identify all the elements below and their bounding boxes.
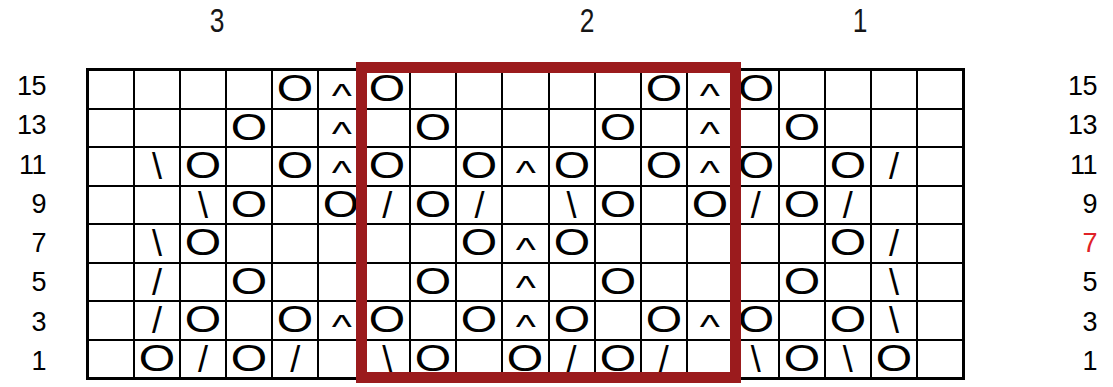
stitch-symbol: / <box>198 342 208 377</box>
stitch-symbol: O <box>553 148 589 184</box>
stitch-symbol: O <box>369 302 405 338</box>
stitch-symbol: O <box>185 148 221 184</box>
chart-cell-r7-c5 <box>319 341 363 378</box>
chart-cell-r7-c1: O <box>135 341 179 378</box>
chart-cell-r0-c17 <box>872 71 916 108</box>
chart-cell-r1-c1 <box>135 110 179 147</box>
stitch-symbol: O <box>415 341 451 377</box>
stitch-symbol: ^ <box>331 79 351 108</box>
chart-cell-r4-c15 <box>780 225 824 262</box>
chart-cell-r3-c3: O <box>227 187 271 224</box>
chart-cell-r1-c17 <box>872 110 916 147</box>
chart-cell-r7-c18 <box>918 341 962 378</box>
stitch-symbol: / <box>567 342 577 377</box>
chart-cell-r6-c18 <box>918 302 962 339</box>
chart-cell-r4-c11 <box>596 225 640 262</box>
chart-cell-r5-c0 <box>89 264 133 301</box>
chart-cell-r2-c6: O <box>365 148 409 185</box>
chart-cell-r2-c5: ^ <box>319 148 363 185</box>
right-row-15: 15 <box>1056 68 1097 105</box>
chart-cell-r6-c4: O <box>273 302 317 339</box>
chart-cell-r1-c14 <box>734 110 778 147</box>
chart-cell-r0-c10 <box>550 71 594 108</box>
chart-cell-r3-c5: O <box>319 187 363 224</box>
chart-cell-r5-c16 <box>826 264 870 301</box>
chart-cell-r3-c0 <box>89 187 133 224</box>
chart-cell-r7-c15: O <box>780 341 824 378</box>
chart-cell-r0-c16 <box>826 71 870 108</box>
chart-cell-r1-c6 <box>365 110 409 147</box>
stitch-symbol: O <box>830 225 866 261</box>
chart-cell-r4-c13 <box>688 225 732 262</box>
stitch-symbol: O <box>277 71 313 107</box>
stitch-symbol: O <box>645 302 681 338</box>
chart-cell-r4-c1: \ <box>135 225 179 262</box>
chart-cell-r5-c14 <box>734 264 778 301</box>
stitch-symbol: O <box>784 110 820 146</box>
chart-cell-r2-c13: ^ <box>688 148 732 185</box>
chart-cell-r2-c4: O <box>273 148 317 185</box>
chart-cell-r3-c4 <box>273 187 317 224</box>
chart-cell-r5-c1: / <box>135 264 179 301</box>
chart-cell-r7-c2: / <box>181 341 225 378</box>
chart-cell-r0-c15 <box>780 71 824 108</box>
chart-cell-r4-c10: O <box>550 225 594 262</box>
chart-grid: O^OO^OO^OO^O\OO^OO^OO^OO/\OO/O/\OO/O/\OO… <box>86 68 965 380</box>
chart-cell-r5-c10 <box>550 264 594 301</box>
right-row-9: 9 <box>1056 186 1097 223</box>
chart-cell-r7-c0 <box>89 341 133 378</box>
stitch-symbol: ^ <box>331 117 351 146</box>
knitting-chart: O^OO^OO^OO^O\OO^OO^OO^OO/\OO/O/\OO/O/\OO… <box>0 0 1113 387</box>
chart-cell-r6-c2: O <box>181 302 225 339</box>
left-row-15: 15 <box>0 68 46 105</box>
stitch-symbol: \ <box>152 149 162 184</box>
stitch-symbol: ^ <box>700 310 720 339</box>
stitch-symbol: O <box>323 187 359 223</box>
stitch-symbol: ^ <box>700 117 720 146</box>
chart-cell-r3-c11: O <box>596 187 640 224</box>
stitch-symbol: O <box>277 302 313 338</box>
chart-cell-r3-c16: / <box>826 187 870 224</box>
stitch-symbol: \ <box>889 265 899 300</box>
chart-cell-r3-c12 <box>642 187 686 224</box>
chart-cell-r5-c11: O <box>596 264 640 301</box>
chart-cell-r4-c4 <box>273 225 317 262</box>
stitch-symbol: / <box>290 342 300 377</box>
stitch-symbol: O <box>599 110 635 146</box>
chart-cell-r3-c15: O <box>780 187 824 224</box>
stitch-symbol: / <box>382 188 392 223</box>
chart-cell-r0-c18 <box>918 71 962 108</box>
chart-cell-r7-c10: / <box>550 341 594 378</box>
chart-cell-r7-c8 <box>457 341 501 378</box>
chart-cell-r0-c4: O <box>273 71 317 108</box>
chart-cell-r6-c9: ^ <box>503 302 547 339</box>
chart-cell-r0-c2 <box>181 71 225 108</box>
stitch-symbol: O <box>738 302 774 338</box>
stitch-symbol: O <box>277 148 313 184</box>
chart-cell-r2-c1: \ <box>135 148 179 185</box>
stitch-symbol: O <box>599 264 635 300</box>
chart-cell-r0-c3 <box>227 71 271 108</box>
left-row-5: 5 <box>0 264 46 301</box>
chart-cell-r6-c6: O <box>365 302 409 339</box>
chart-cell-r1-c12 <box>642 110 686 147</box>
stitch-symbol: ^ <box>700 156 720 185</box>
chart-cell-r3-c6: / <box>365 187 409 224</box>
stitch-symbol: O <box>231 341 267 377</box>
left-row-7: 7 <box>0 225 46 262</box>
chart-cell-r1-c15: O <box>780 110 824 147</box>
stitch-symbol: ^ <box>515 310 535 339</box>
chart-cell-r0-c8 <box>457 71 501 108</box>
stitch-symbol: \ <box>198 188 208 223</box>
chart-cell-r0-c12: O <box>642 71 686 108</box>
stitch-symbol: O <box>231 110 267 146</box>
chart-cell-r4-c12 <box>642 225 686 262</box>
chart-cell-r6-c17: \ <box>872 302 916 339</box>
stitch-symbol: \ <box>567 188 577 223</box>
stitch-symbol: / <box>889 149 899 184</box>
stitch-symbol: O <box>415 264 451 300</box>
chart-cell-r4-c18 <box>918 225 962 262</box>
chart-cell-r7-c3: O <box>227 341 271 378</box>
stitch-symbol: O <box>830 148 866 184</box>
chart-cell-r5-c9: ^ <box>503 264 547 301</box>
chart-cell-r1-c4 <box>273 110 317 147</box>
chart-cell-r6-c7 <box>411 302 455 339</box>
stitch-symbol: O <box>185 302 221 338</box>
chart-cell-r7-c12: / <box>642 341 686 378</box>
chart-cell-r6-c14: O <box>734 302 778 339</box>
chart-cell-r6-c12: O <box>642 302 686 339</box>
chart-cell-r2-c2: O <box>181 148 225 185</box>
right-row-5: 5 <box>1056 264 1097 301</box>
chart-cell-r4-c0 <box>89 225 133 262</box>
chart-cell-r1-c13: ^ <box>688 110 732 147</box>
stitch-symbol: ^ <box>515 156 535 185</box>
chart-cell-r5-c15: O <box>780 264 824 301</box>
stitch-symbol: / <box>152 265 162 300</box>
stitch-symbol: \ <box>382 342 392 377</box>
chart-cell-r4-c6 <box>365 225 409 262</box>
stitch-symbol: O <box>415 187 451 223</box>
left-row-1: 1 <box>0 343 46 380</box>
stitch-symbol: \ <box>751 342 761 377</box>
chart-cell-r5-c17: \ <box>872 264 916 301</box>
chart-cell-r3-c2: \ <box>181 187 225 224</box>
stitch-symbol: O <box>369 148 405 184</box>
stitch-symbol: ^ <box>700 79 720 108</box>
stitch-symbol: O <box>599 187 635 223</box>
chart-cell-r4-c8: O <box>457 225 501 262</box>
stitch-symbol: / <box>659 342 669 377</box>
chart-cell-r2-c7 <box>411 148 455 185</box>
left-row-9: 9 <box>0 186 46 223</box>
stitch-symbol: O <box>645 148 681 184</box>
chart-cell-r7-c7: O <box>411 341 455 378</box>
stitch-symbol: O <box>784 341 820 377</box>
stitch-symbol: O <box>553 302 589 338</box>
stitch-symbol: O <box>507 341 543 377</box>
chart-cell-r1-c10 <box>550 110 594 147</box>
stitch-symbol: O <box>415 110 451 146</box>
chart-cell-r5-c18 <box>918 264 962 301</box>
stitch-symbol: O <box>691 187 727 223</box>
chart-cell-r6-c11 <box>596 302 640 339</box>
stitch-symbol: / <box>474 188 484 223</box>
chart-cell-r6-c15 <box>780 302 824 339</box>
chart-cell-r2-c9: ^ <box>503 148 547 185</box>
stitch-symbol: \ <box>843 342 853 377</box>
right-row-3: 3 <box>1056 304 1097 341</box>
chart-cell-r3-c17 <box>872 187 916 224</box>
chart-cell-r2-c18 <box>918 148 962 185</box>
left-row-3: 3 <box>0 304 46 341</box>
stitch-symbol: O <box>231 187 267 223</box>
chart-cell-r3-c18 <box>918 187 962 224</box>
chart-cell-r2-c3 <box>227 148 271 185</box>
stitch-symbol: \ <box>889 303 899 338</box>
chart-cell-r3-c8: / <box>457 187 501 224</box>
left-row-13: 13 <box>0 107 46 144</box>
chart-cell-r4-c9: ^ <box>503 225 547 262</box>
chart-cell-r4-c5 <box>319 225 363 262</box>
right-row-1: 1 <box>1056 343 1097 380</box>
chart-cell-r0-c13: ^ <box>688 71 732 108</box>
stitch-symbol: / <box>152 303 162 338</box>
right-row-11: 11 <box>1056 147 1097 184</box>
stitch-symbol: \ <box>152 226 162 261</box>
right-row-13: 13 <box>1056 107 1097 144</box>
chart-cell-r0-c6: O <box>365 71 409 108</box>
stitch-symbol: O <box>876 341 912 377</box>
chart-cell-r5-c3: O <box>227 264 271 301</box>
chart-cell-r0-c11 <box>596 71 640 108</box>
stitch-symbol: O <box>461 148 497 184</box>
chart-cell-r7-c13 <box>688 341 732 378</box>
chart-cell-r5-c2 <box>181 264 225 301</box>
chart-cell-r1-c16 <box>826 110 870 147</box>
chart-cell-r0-c14: O <box>734 71 778 108</box>
stitch-symbol: O <box>784 187 820 223</box>
chart-cell-r6-c13: ^ <box>688 302 732 339</box>
stitch-symbol: / <box>751 188 761 223</box>
stitch-symbol: O <box>599 341 635 377</box>
chart-cell-r5-c4 <box>273 264 317 301</box>
chart-cell-r5-c13 <box>688 264 732 301</box>
chart-cell-r7-c17: O <box>872 341 916 378</box>
chart-cell-r0-c7 <box>411 71 455 108</box>
stitch-symbol: ^ <box>331 310 351 339</box>
chart-cell-r7-c6: \ <box>365 341 409 378</box>
stitch-symbol: O <box>645 71 681 107</box>
chart-cell-r4-c3 <box>227 225 271 262</box>
right-row-7: 7 <box>1056 225 1097 262</box>
chart-cell-r2-c14: O <box>734 148 778 185</box>
left-row-numbers: 15131197531 <box>0 68 46 380</box>
chart-cell-r1-c8 <box>457 110 501 147</box>
chart-cell-r2-c0 <box>89 148 133 185</box>
chart-cell-r1-c7: O <box>411 110 455 147</box>
chart-cell-r1-c5: ^ <box>319 110 363 147</box>
chart-cell-r2-c12: O <box>642 148 686 185</box>
chart-cell-r0-c9 <box>503 71 547 108</box>
chart-cell-r7-c14: \ <box>734 341 778 378</box>
repeat-count-label-3: 3 <box>210 2 225 40</box>
chart-cell-r1-c3: O <box>227 110 271 147</box>
chart-cell-r1-c9 <box>503 110 547 147</box>
chart-cell-r1-c2 <box>181 110 225 147</box>
stitch-symbol: / <box>843 188 853 223</box>
chart-cell-r0-c0 <box>89 71 133 108</box>
chart-cell-r3-c7: O <box>411 187 455 224</box>
stitch-symbol: ^ <box>515 233 535 262</box>
chart-cell-r4-c2: O <box>181 225 225 262</box>
chart-cell-r7-c4: / <box>273 341 317 378</box>
chart-cell-r6-c8: O <box>457 302 501 339</box>
chart-cell-r0-c1 <box>135 71 179 108</box>
chart-cell-r3-c1 <box>135 187 179 224</box>
stitch-symbol: O <box>830 302 866 338</box>
chart-cell-r2-c8: O <box>457 148 501 185</box>
stitch-symbol: O <box>553 225 589 261</box>
right-row-numbers: 15131197531 <box>1056 68 1097 380</box>
chart-cell-r5-c12 <box>642 264 686 301</box>
stitch-symbol: O <box>738 71 774 107</box>
stitch-symbol: O <box>738 148 774 184</box>
stitch-symbol: O <box>461 302 497 338</box>
chart-cell-r6-c1: / <box>135 302 179 339</box>
chart-cell-r0-c5: ^ <box>319 71 363 108</box>
stitch-symbol: O <box>784 264 820 300</box>
chart-cell-r7-c16: \ <box>826 341 870 378</box>
chart-cell-r6-c3 <box>227 302 271 339</box>
chart-cell-r6-c16: O <box>826 302 870 339</box>
repeat-count-label-2: 2 <box>580 2 595 40</box>
chart-cell-r5-c5 <box>319 264 363 301</box>
stitch-symbol: O <box>461 225 497 261</box>
chart-cell-r5-c6 <box>365 264 409 301</box>
repeat-count-label-1: 1 <box>853 2 868 40</box>
stitch-symbol: O <box>231 264 267 300</box>
chart-cell-r2-c15 <box>780 148 824 185</box>
chart-cell-r2-c17: / <box>872 148 916 185</box>
left-row-11: 11 <box>0 147 46 184</box>
chart-cell-r1-c0 <box>89 110 133 147</box>
chart-cell-r4-c7 <box>411 225 455 262</box>
chart-cell-r7-c9: O <box>503 341 547 378</box>
chart-cell-r5-c7: O <box>411 264 455 301</box>
chart-cell-r3-c14: / <box>734 187 778 224</box>
chart-cell-r6-c10: O <box>550 302 594 339</box>
chart-cell-r7-c11: O <box>596 341 640 378</box>
stitch-symbol: ^ <box>331 156 351 185</box>
stitch-symbol: / <box>889 226 899 261</box>
chart-cell-r6-c0 <box>89 302 133 339</box>
chart-cell-r4-c16: O <box>826 225 870 262</box>
chart-cell-r3-c10: \ <box>550 187 594 224</box>
chart-cell-r2-c11 <box>596 148 640 185</box>
chart-cell-r4-c17: / <box>872 225 916 262</box>
stitch-symbol: O <box>139 341 175 377</box>
chart-cell-r2-c10: O <box>550 148 594 185</box>
stitch-symbol: O <box>185 225 221 261</box>
chart-cell-r6-c5: ^ <box>319 302 363 339</box>
chart-cell-r2-c16: O <box>826 148 870 185</box>
chart-cell-r4-c14 <box>734 225 778 262</box>
chart-cell-r1-c18 <box>918 110 962 147</box>
chart-cell-r5-c8 <box>457 264 501 301</box>
stitch-symbol: O <box>369 71 405 107</box>
chart-cell-r3-c13: O <box>688 187 732 224</box>
chart-cell-r1-c11: O <box>596 110 640 147</box>
stitch-symbol: ^ <box>515 271 535 300</box>
chart-cell-r3-c9 <box>503 187 547 224</box>
